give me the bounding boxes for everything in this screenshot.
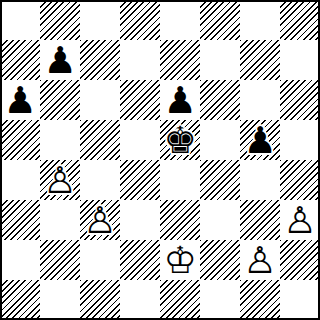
square-b6[interactable] bbox=[40, 80, 80, 120]
square-d6[interactable] bbox=[120, 80, 160, 120]
square-h5[interactable] bbox=[280, 120, 320, 160]
square-e5[interactable]: ♚ bbox=[160, 120, 200, 160]
square-g4[interactable] bbox=[240, 160, 280, 200]
square-f5[interactable] bbox=[200, 120, 240, 160]
square-a6[interactable]: ♟ bbox=[0, 80, 40, 120]
square-a8[interactable] bbox=[0, 0, 40, 40]
square-b1[interactable] bbox=[40, 280, 80, 320]
square-f6[interactable] bbox=[200, 80, 240, 120]
square-a2[interactable] bbox=[0, 240, 40, 280]
chess-board: ♟♟♟♚♟♟♙♟♙♟♙♚♔♟♙ bbox=[0, 0, 320, 320]
square-b5[interactable] bbox=[40, 120, 80, 160]
square-d1[interactable] bbox=[120, 280, 160, 320]
square-c2[interactable] bbox=[80, 240, 120, 280]
black-pawn: ♟ bbox=[163, 82, 196, 119]
square-c7[interactable] bbox=[80, 40, 120, 80]
square-f8[interactable] bbox=[200, 0, 240, 40]
square-c1[interactable] bbox=[80, 280, 120, 320]
square-h4[interactable] bbox=[280, 160, 320, 200]
square-b4[interactable]: ♟♙ bbox=[40, 160, 80, 200]
square-c5[interactable] bbox=[80, 120, 120, 160]
square-h1[interactable] bbox=[280, 280, 320, 320]
square-g6[interactable] bbox=[240, 80, 280, 120]
square-g1[interactable] bbox=[240, 280, 280, 320]
square-c6[interactable] bbox=[80, 80, 120, 120]
square-h7[interactable] bbox=[280, 40, 320, 80]
square-b8[interactable] bbox=[40, 0, 80, 40]
white-king: ♚♔ bbox=[163, 242, 196, 279]
square-f7[interactable] bbox=[200, 40, 240, 80]
square-h2[interactable] bbox=[280, 240, 320, 280]
square-c8[interactable] bbox=[80, 0, 120, 40]
square-a4[interactable] bbox=[0, 160, 40, 200]
square-a3[interactable] bbox=[0, 200, 40, 240]
square-d2[interactable] bbox=[120, 240, 160, 280]
square-b7[interactable]: ♟ bbox=[40, 40, 80, 80]
square-f3[interactable] bbox=[200, 200, 240, 240]
square-b2[interactable] bbox=[40, 240, 80, 280]
square-g8[interactable] bbox=[240, 0, 280, 40]
square-a5[interactable] bbox=[0, 120, 40, 160]
square-e2[interactable]: ♚♔ bbox=[160, 240, 200, 280]
square-g5[interactable]: ♟ bbox=[240, 120, 280, 160]
white-pawn: ♟♙ bbox=[283, 202, 316, 239]
square-g7[interactable] bbox=[240, 40, 280, 80]
square-d4[interactable] bbox=[120, 160, 160, 200]
square-d8[interactable] bbox=[120, 0, 160, 40]
white-pawn: ♟♙ bbox=[243, 242, 276, 279]
black-pawn: ♟ bbox=[243, 122, 276, 159]
black-pawn: ♟ bbox=[43, 42, 76, 79]
square-c4[interactable] bbox=[80, 160, 120, 200]
white-pawn: ♟♙ bbox=[83, 202, 116, 239]
square-h6[interactable] bbox=[280, 80, 320, 120]
black-king: ♚ bbox=[163, 122, 196, 159]
square-e8[interactable] bbox=[160, 0, 200, 40]
square-d5[interactable] bbox=[120, 120, 160, 160]
square-h3[interactable]: ♟♙ bbox=[280, 200, 320, 240]
square-a7[interactable] bbox=[0, 40, 40, 80]
square-e1[interactable] bbox=[160, 280, 200, 320]
white-pawn: ♟♙ bbox=[43, 162, 76, 199]
square-d7[interactable] bbox=[120, 40, 160, 80]
square-f2[interactable] bbox=[200, 240, 240, 280]
square-d3[interactable] bbox=[120, 200, 160, 240]
square-f1[interactable] bbox=[200, 280, 240, 320]
square-c3[interactable]: ♟♙ bbox=[80, 200, 120, 240]
black-pawn: ♟ bbox=[3, 82, 36, 119]
square-f4[interactable] bbox=[200, 160, 240, 200]
square-a1[interactable] bbox=[0, 280, 40, 320]
square-b3[interactable] bbox=[40, 200, 80, 240]
square-g3[interactable] bbox=[240, 200, 280, 240]
square-h8[interactable] bbox=[280, 0, 320, 40]
square-e7[interactable] bbox=[160, 40, 200, 80]
square-e4[interactable] bbox=[160, 160, 200, 200]
square-e3[interactable] bbox=[160, 200, 200, 240]
square-g2[interactable]: ♟♙ bbox=[240, 240, 280, 280]
square-e6[interactable]: ♟ bbox=[160, 80, 200, 120]
